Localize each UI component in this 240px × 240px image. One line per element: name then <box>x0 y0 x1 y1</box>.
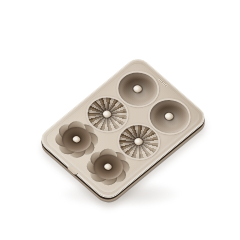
center-post <box>132 84 143 94</box>
rim-tab <box>67 166 78 176</box>
cavity-grid <box>46 63 201 194</box>
center-post <box>164 111 175 121</box>
center-post <box>101 109 112 119</box>
center-post <box>133 137 144 147</box>
baking-pan <box>36 55 210 202</box>
product-photo-canvas <box>0 0 240 240</box>
